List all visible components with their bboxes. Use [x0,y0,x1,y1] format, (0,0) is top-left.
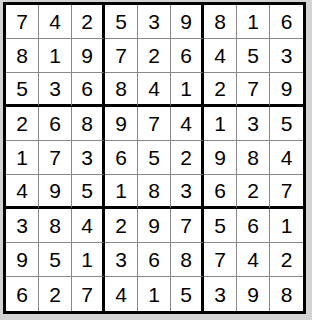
cell-r3c7[interactable]: 2 [204,73,237,107]
cell-r6c4[interactable]: 1 [105,175,138,209]
cell-r4c9[interactable]: 5 [270,107,303,141]
cell-r7c2[interactable]: 8 [39,209,72,243]
cell-r8c2[interactable]: 5 [39,243,72,277]
cell-r8c9[interactable]: 2 [270,243,303,277]
cell-r2c1[interactable]: 8 [6,39,39,73]
cell-r1c5[interactable]: 3 [138,5,171,39]
cell-r9c9[interactable]: 8 [270,277,303,311]
cell-r3c9[interactable]: 9 [270,73,303,107]
cell-r3c6[interactable]: 1 [171,73,204,107]
cell-r6c2[interactable]: 9 [39,175,72,209]
cell-r1c3[interactable]: 2 [72,5,105,39]
cell-r5c6[interactable]: 2 [171,141,204,175]
cell-r4c7[interactable]: 1 [204,107,237,141]
cell-r7c8[interactable]: 6 [237,209,270,243]
cell-r4c2[interactable]: 6 [39,107,72,141]
cell-r3c4[interactable]: 8 [105,73,138,107]
cell-r4c8[interactable]: 3 [237,107,270,141]
cell-r3c1[interactable]: 5 [6,73,39,107]
cell-r4c5[interactable]: 7 [138,107,171,141]
cell-r6c5[interactable]: 8 [138,175,171,209]
cell-r5c8[interactable]: 8 [237,141,270,175]
cell-r7c6[interactable]: 7 [171,209,204,243]
cell-r8c1[interactable]: 9 [6,243,39,277]
cell-r8c6[interactable]: 8 [171,243,204,277]
cell-r4c6[interactable]: 4 [171,107,204,141]
cell-r8c4[interactable]: 3 [105,243,138,277]
cell-r3c3[interactable]: 6 [72,73,105,107]
cell-r1c8[interactable]: 1 [237,5,270,39]
cell-r5c9[interactable]: 4 [270,141,303,175]
cell-r5c7[interactable]: 9 [204,141,237,175]
cell-r2c8[interactable]: 5 [237,39,270,73]
cell-r8c8[interactable]: 4 [237,243,270,277]
cell-r9c6[interactable]: 5 [171,277,204,311]
cell-r2c3[interactable]: 9 [72,39,105,73]
cell-r2c2[interactable]: 1 [39,39,72,73]
cell-r3c2[interactable]: 3 [39,73,72,107]
cell-r1c2[interactable]: 4 [39,5,72,39]
cell-r3c5[interactable]: 4 [138,73,171,107]
cell-r6c9[interactable]: 7 [270,175,303,209]
cell-r1c7[interactable]: 8 [204,5,237,39]
cell-r5c5[interactable]: 5 [138,141,171,175]
cell-r6c6[interactable]: 3 [171,175,204,209]
cell-r6c8[interactable]: 2 [237,175,270,209]
cell-r7c7[interactable]: 5 [204,209,237,243]
cell-r7c4[interactable]: 2 [105,209,138,243]
cell-r5c4[interactable]: 6 [105,141,138,175]
cell-r4c3[interactable]: 8 [72,107,105,141]
cell-r3c8[interactable]: 7 [237,73,270,107]
cell-r7c9[interactable]: 1 [270,209,303,243]
cell-r9c8[interactable]: 9 [237,277,270,311]
cell-r6c1[interactable]: 4 [6,175,39,209]
cell-r2c6[interactable]: 6 [171,39,204,73]
cell-r9c2[interactable]: 2 [39,277,72,311]
cell-r5c1[interactable]: 1 [6,141,39,175]
cell-r9c4[interactable]: 4 [105,277,138,311]
cell-r1c9[interactable]: 6 [270,5,303,39]
cell-r2c9[interactable]: 3 [270,39,303,73]
cell-r6c7[interactable]: 6 [204,175,237,209]
cell-r2c4[interactable]: 7 [105,39,138,73]
cell-r9c5[interactable]: 1 [138,277,171,311]
cell-r5c3[interactable]: 3 [72,141,105,175]
cell-r1c1[interactable]: 7 [6,5,39,39]
cell-r1c4[interactable]: 5 [105,5,138,39]
cell-r9c7[interactable]: 3 [204,277,237,311]
cell-r8c3[interactable]: 1 [72,243,105,277]
cell-r8c7[interactable]: 7 [204,243,237,277]
cell-r7c1[interactable]: 3 [6,209,39,243]
cell-r7c3[interactable]: 4 [72,209,105,243]
cell-r9c1[interactable]: 6 [6,277,39,311]
cell-r4c1[interactable]: 2 [6,107,39,141]
cell-r2c5[interactable]: 2 [138,39,171,73]
cell-r6c3[interactable]: 5 [72,175,105,209]
cell-r1c6[interactable]: 9 [171,5,204,39]
cell-r7c5[interactable]: 9 [138,209,171,243]
sudoku-board: 7425398168197264535368412792689741351736… [3,2,306,314]
cell-r2c7[interactable]: 4 [204,39,237,73]
cell-r9c3[interactable]: 7 [72,277,105,311]
cell-r4c4[interactable]: 9 [105,107,138,141]
cell-r8c5[interactable]: 6 [138,243,171,277]
cell-r5c2[interactable]: 7 [39,141,72,175]
